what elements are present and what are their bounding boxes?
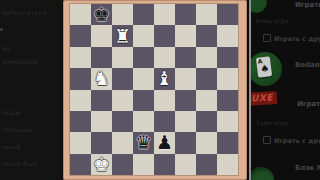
square-f6[interactable] <box>175 47 196 68</box>
square-g4[interactable] <box>196 90 217 111</box>
left-text-fragment: чный <box>2 109 20 117</box>
black-pawn[interactable]: ♟ <box>154 132 175 153</box>
square-b5[interactable]: ♞ <box>91 68 112 89</box>
square-a1[interactable] <box>70 154 91 175</box>
square-g6[interactable] <box>196 47 217 68</box>
square-f5[interactable] <box>175 68 196 89</box>
friends-icon <box>263 136 271 144</box>
left-text-fragment: запускаться <box>2 9 46 17</box>
game-title-top[interactable]: Bedame <box>295 61 320 69</box>
square-a8[interactable] <box>70 4 91 25</box>
square-h2[interactable] <box>217 132 238 153</box>
square-g5[interactable] <box>196 68 217 89</box>
friends-icon <box>263 34 271 42</box>
square-h3[interactable] <box>217 111 238 132</box>
play-with-friends-label: Играть с друзьями <box>274 137 320 145</box>
square-e3[interactable] <box>154 111 175 132</box>
black-queen[interactable]: ♛ <box>133 132 154 153</box>
game-title-bottom[interactable]: Блэк Монд <box>295 164 320 172</box>
tiny-icon-dot <box>0 28 3 31</box>
deluxe-logo-band: UXE <box>251 91 277 106</box>
square-a4[interactable] <box>70 90 91 111</box>
play-with-friends-label: Играть с друзьями <box>274 35 320 43</box>
play-button-mid[interactable]: Играть <box>297 100 320 108</box>
spade-icon: ♠ <box>260 62 270 75</box>
square-g7[interactable] <box>196 25 217 46</box>
square-f3[interactable] <box>175 111 196 132</box>
square-e5[interactable]: ♝ <box>154 68 175 89</box>
square-c6[interactable] <box>112 47 133 68</box>
square-g8[interactable] <box>196 4 217 25</box>
square-f7[interactable] <box>175 25 196 46</box>
square-c4[interactable] <box>112 90 133 111</box>
chess-board: ♚♜♞♝♛♟♚ <box>63 0 247 180</box>
square-e4[interactable] <box>154 90 175 111</box>
white-rook[interactable]: ♜ <box>112 25 133 46</box>
game-subtitle-top: Блиц игра <box>256 17 288 24</box>
square-d8[interactable] <box>133 4 154 25</box>
square-d4[interactable] <box>133 90 154 111</box>
square-f4[interactable] <box>175 90 196 111</box>
square-h4[interactable] <box>217 90 238 111</box>
left-text-fragment: нный был <box>2 160 37 168</box>
square-b2[interactable] <box>91 132 112 153</box>
square-h7[interactable] <box>217 25 238 46</box>
square-h1[interactable] <box>217 154 238 175</box>
black-king[interactable]: ♚ <box>91 4 112 25</box>
square-g2[interactable] <box>196 132 217 153</box>
square-e2[interactable]: ♟ <box>154 132 175 153</box>
square-a2[interactable] <box>70 132 91 153</box>
left-text-fragment: ия <box>2 45 11 53</box>
square-f8[interactable] <box>175 4 196 25</box>
square-b4[interactable] <box>91 90 112 111</box>
square-d1[interactable] <box>133 154 154 175</box>
left-text-fragment: аммирова <box>2 58 38 66</box>
white-knight[interactable]: ♞ <box>91 68 112 89</box>
square-e8[interactable] <box>154 4 175 25</box>
white-king[interactable]: ♚ <box>91 154 112 175</box>
square-f2[interactable] <box>175 132 196 153</box>
white-bishop[interactable]: ♝ <box>154 68 175 89</box>
game-icon-top[interactable] <box>251 0 267 13</box>
square-b7[interactable] <box>91 25 112 46</box>
square-a5[interactable] <box>70 68 91 89</box>
square-b1[interactable]: ♚ <box>91 154 112 175</box>
square-c7[interactable]: ♜ <box>112 25 133 46</box>
square-d3[interactable] <box>133 111 154 132</box>
square-d2[interactable]: ♛ <box>133 132 154 153</box>
chess-board-grid: ♚♜♞♝♛♟♚ <box>70 4 238 175</box>
square-d6[interactable] <box>133 47 154 68</box>
app-screen: запускатьсяияаммировачныйтельныйнныйнный… <box>0 0 320 180</box>
game-subtitle-mid: Тайм игра <box>256 119 288 126</box>
play-button-top[interactable]: Играть <box>295 1 320 9</box>
playing-card-icon: A ♠ <box>256 56 272 78</box>
square-c2[interactable] <box>112 132 133 153</box>
square-b6[interactable] <box>91 47 112 68</box>
square-g3[interactable] <box>196 111 217 132</box>
square-g1[interactable] <box>196 154 217 175</box>
square-c1[interactable] <box>112 154 133 175</box>
play-with-friends-mid[interactable]: Играть с друзьями <box>263 136 320 145</box>
square-c3[interactable] <box>112 111 133 132</box>
left-text-fragment: нный <box>2 143 21 151</box>
square-b8[interactable]: ♚ <box>91 4 112 25</box>
square-h6[interactable] <box>217 47 238 68</box>
square-e6[interactable] <box>154 47 175 68</box>
square-a7[interactable] <box>70 25 91 46</box>
square-b3[interactable] <box>91 111 112 132</box>
square-e1[interactable] <box>154 154 175 175</box>
square-h5[interactable] <box>217 68 238 89</box>
square-c5[interactable] <box>112 68 133 89</box>
square-e7[interactable] <box>154 25 175 46</box>
square-f1[interactable] <box>175 154 196 175</box>
game-icon-bottom[interactable] <box>251 167 274 180</box>
square-a3[interactable] <box>70 111 91 132</box>
left-sidebar: запускатьсяияаммировачныйтельныйнныйнный… <box>0 0 63 180</box>
square-h8[interactable] <box>217 4 238 25</box>
solitaire-game-icon[interactable]: A ♠ <box>251 52 282 86</box>
left-text-fragment: тельный <box>2 126 33 134</box>
right-sidebar: Играть Блиц игра Играть с друзьями A ♠ B… <box>251 0 320 180</box>
square-d5[interactable] <box>133 68 154 89</box>
square-d7[interactable] <box>133 25 154 46</box>
square-a6[interactable] <box>70 47 91 68</box>
square-c8[interactable] <box>112 4 133 25</box>
play-with-friends-top[interactable]: Играть с друзьями <box>263 34 320 43</box>
